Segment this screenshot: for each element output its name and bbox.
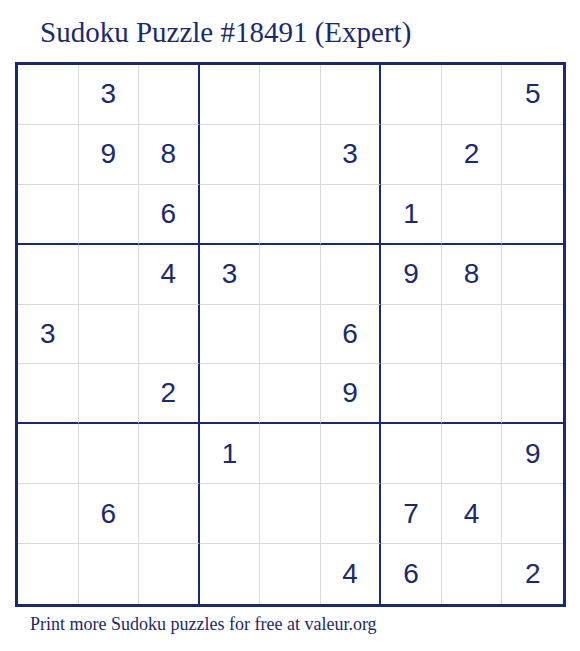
cell-r6c5: [260, 364, 321, 424]
page-title: Sudoku Puzzle #18491 (Expert): [40, 16, 411, 49]
cell-r3c3: 6: [139, 185, 200, 245]
cell-r4c2: [79, 245, 140, 305]
cell-r5c7: [381, 305, 442, 365]
cell-r6c9: [502, 364, 563, 424]
cell-r6c2: [79, 364, 140, 424]
cell-r3c2: [79, 185, 140, 245]
cell-r5c4: [200, 305, 261, 365]
cell-r5c1: 3: [18, 305, 79, 365]
cell-r4c5: [260, 245, 321, 305]
cell-r6c8: [442, 364, 503, 424]
cell-r5c9: [502, 305, 563, 365]
footer-text: Print more Sudoku puzzles for free at va…: [30, 614, 377, 635]
cell-r2c8: 2: [442, 125, 503, 185]
cell-r1c7: [381, 65, 442, 125]
cell-r3c6: [321, 185, 382, 245]
cell-r8c1: [18, 484, 79, 544]
cell-r6c6: 9: [321, 364, 382, 424]
cell-r3c4: [200, 185, 261, 245]
cell-r9c4: [200, 544, 261, 604]
cell-r8c7: 7: [381, 484, 442, 544]
cell-r3c7: 1: [381, 185, 442, 245]
cell-r4c9: [502, 245, 563, 305]
cell-r7c5: [260, 424, 321, 484]
cell-r1c2: 3: [79, 65, 140, 125]
cell-r1c8: [442, 65, 503, 125]
cell-r5c8: [442, 305, 503, 365]
cell-r2c4: [200, 125, 261, 185]
cell-r9c6: 4: [321, 544, 382, 604]
cell-r8c8: 4: [442, 484, 503, 544]
cell-r2c7: [381, 125, 442, 185]
cell-r7c4: 1: [200, 424, 261, 484]
cell-r9c8: [442, 544, 503, 604]
cell-r6c7: [381, 364, 442, 424]
cell-r7c8: [442, 424, 503, 484]
cell-r9c3: [139, 544, 200, 604]
cell-r4c3: 4: [139, 245, 200, 305]
cell-r7c6: [321, 424, 382, 484]
cell-r3c8: [442, 185, 503, 245]
cell-r1c3: [139, 65, 200, 125]
cell-r6c3: 2: [139, 364, 200, 424]
cell-r8c4: [200, 484, 261, 544]
cell-r3c1: [18, 185, 79, 245]
cell-r2c2: 9: [79, 125, 140, 185]
cell-r3c9: [502, 185, 563, 245]
cell-r5c5: [260, 305, 321, 365]
cell-r6c4: [200, 364, 261, 424]
cell-r6c1: [18, 364, 79, 424]
cell-r2c9: [502, 125, 563, 185]
cell-r4c4: 3: [200, 245, 261, 305]
cell-r7c7: [381, 424, 442, 484]
cell-r9c9: 2: [502, 544, 563, 604]
cell-r8c2: 6: [79, 484, 140, 544]
cell-r5c3: [139, 305, 200, 365]
cell-r2c5: [260, 125, 321, 185]
cell-r4c7: 9: [381, 245, 442, 305]
cell-r1c9: 5: [502, 65, 563, 125]
cell-r2c6: 3: [321, 125, 382, 185]
cell-r4c6: [321, 245, 382, 305]
cell-r7c1: [18, 424, 79, 484]
cell-r1c5: [260, 65, 321, 125]
cell-r4c1: [18, 245, 79, 305]
cell-r1c4: [200, 65, 261, 125]
cell-r2c1: [18, 125, 79, 185]
cell-r8c5: [260, 484, 321, 544]
cell-r1c6: [321, 65, 382, 125]
cell-r9c1: [18, 544, 79, 604]
cell-r7c3: [139, 424, 200, 484]
cell-r4c8: 8: [442, 245, 503, 305]
cell-r7c9: 9: [502, 424, 563, 484]
cell-r1c1: [18, 65, 79, 125]
cell-r2c3: 8: [139, 125, 200, 185]
cell-r8c9: [502, 484, 563, 544]
cell-r9c5: [260, 544, 321, 604]
sudoku-board: 359832614398362919674462: [15, 62, 566, 607]
cell-r9c7: 6: [381, 544, 442, 604]
cell-r8c3: [139, 484, 200, 544]
cell-r3c5: [260, 185, 321, 245]
cell-r7c2: [79, 424, 140, 484]
cell-r8c6: [321, 484, 382, 544]
cell-r5c2: [79, 305, 140, 365]
cell-r9c2: [79, 544, 140, 604]
cell-r5c6: 6: [321, 305, 382, 365]
